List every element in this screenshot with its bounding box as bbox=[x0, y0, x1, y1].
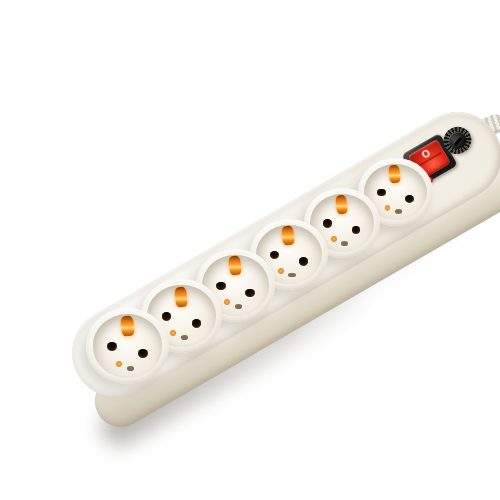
breaker-slot bbox=[454, 136, 462, 145]
breaker-center bbox=[445, 129, 469, 153]
product-photo: O bbox=[40, 16, 500, 500]
